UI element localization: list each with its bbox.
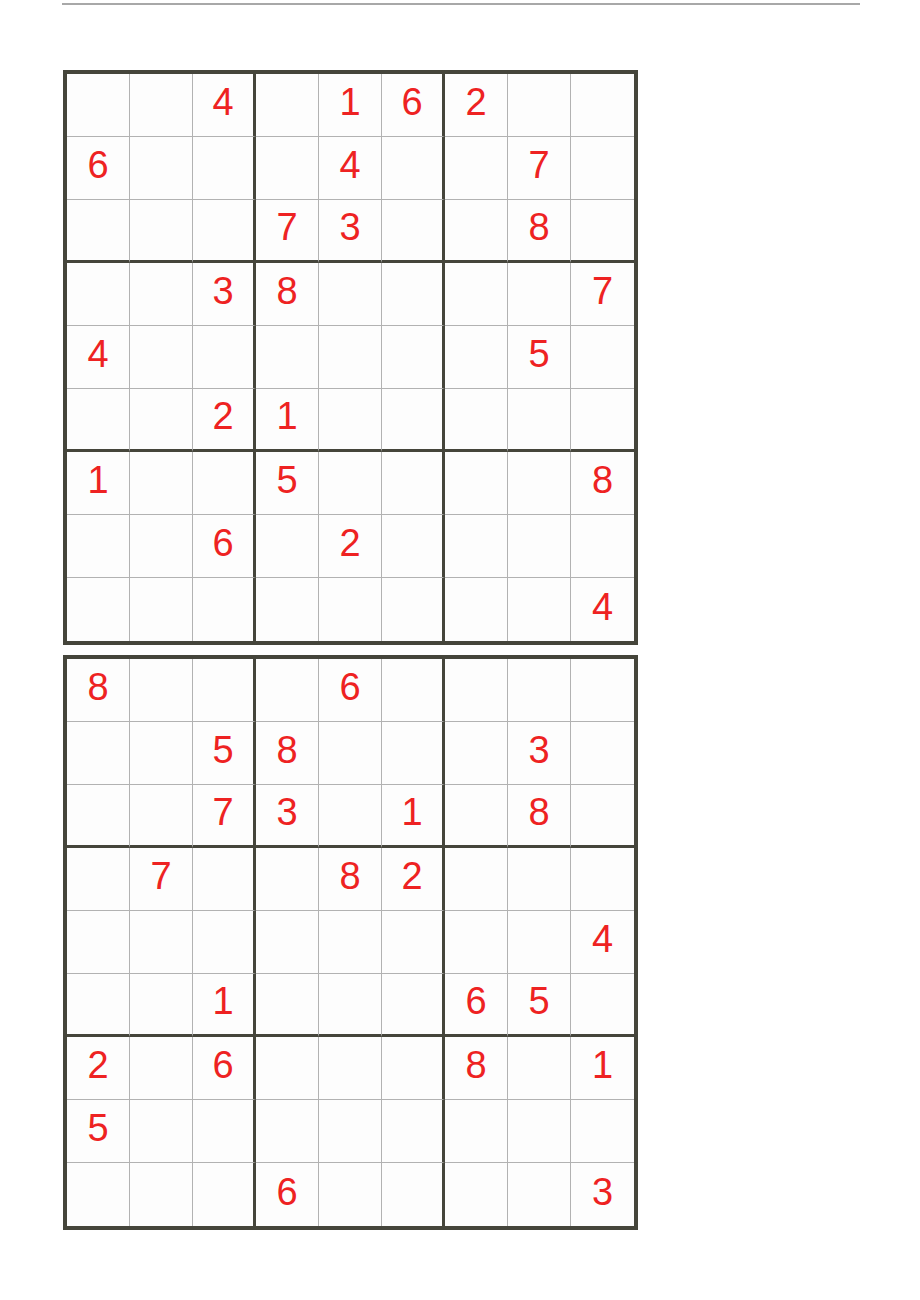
- puzzle-2-cell-r7c8[interactable]: [508, 1037, 571, 1100]
- puzzle-1-cell-r8c8[interactable]: [508, 515, 571, 578]
- puzzle-2-cell-r6c7[interactable]: 6: [445, 974, 508, 1037]
- puzzle-2-cell-r2c1[interactable]: [67, 722, 130, 785]
- puzzle-2-cell-r9c9[interactable]: 3: [571, 1163, 634, 1226]
- puzzle-1-cell-r8c3[interactable]: 6: [193, 515, 256, 578]
- puzzle-1-cell-r9c5[interactable]: [319, 578, 382, 641]
- puzzle-2-cell-r3c1[interactable]: [67, 785, 130, 848]
- puzzle-1-cell-r2c4[interactable]: [256, 137, 319, 200]
- puzzle-2-cell-r3c5[interactable]: [319, 785, 382, 848]
- puzzle-2-cell-r4c4[interactable]: [256, 848, 319, 911]
- puzzle-2-cell-r5c6[interactable]: [382, 911, 445, 974]
- puzzle-1-cell-r1c1[interactable]: [67, 74, 130, 137]
- sudoku-board-1: 41626477383874521158624: [63, 70, 638, 645]
- puzzle-2-cell-r5c8[interactable]: [508, 911, 571, 974]
- puzzle-1-cell-r1c5[interactable]: 1: [319, 74, 382, 137]
- puzzle-1-cell-r8c7[interactable]: [445, 515, 508, 578]
- puzzle-1-cell-r6c6[interactable]: [382, 389, 445, 452]
- puzzle-1-cell-r2c1[interactable]: 6: [67, 137, 130, 200]
- puzzle-2-cell-r4c1[interactable]: [67, 848, 130, 911]
- puzzle-2-cell-r6c1[interactable]: [67, 974, 130, 1037]
- puzzle-2-cell-r9c6[interactable]: [382, 1163, 445, 1226]
- puzzle-1-cell-r1c3[interactable]: 4: [193, 74, 256, 137]
- puzzle-2-cell-r5c3[interactable]: [193, 911, 256, 974]
- puzzle-2-cell-r4c3[interactable]: [193, 848, 256, 911]
- puzzle-2-cell-r1c9[interactable]: [571, 659, 634, 722]
- puzzle-1-cell-r7c3[interactable]: [193, 452, 256, 515]
- puzzle-2-cell-r4c7[interactable]: [445, 848, 508, 911]
- puzzle-1-cell-r7c4[interactable]: 5: [256, 452, 319, 515]
- puzzle-2-cell-r4c5[interactable]: 8: [319, 848, 382, 911]
- puzzle-1-cell-r3c2[interactable]: [130, 200, 193, 263]
- puzzle-2-cell-r1c2[interactable]: [130, 659, 193, 722]
- puzzle-1-cell-r5c6[interactable]: [382, 326, 445, 389]
- puzzle-1-cell-r3c7[interactable]: [445, 200, 508, 263]
- puzzle-1-cell-r8c4[interactable]: [256, 515, 319, 578]
- puzzle-2-cell-r6c9[interactable]: [571, 974, 634, 1037]
- puzzle-2-cell-r3c9[interactable]: [571, 785, 634, 848]
- puzzle-1-cell-r5c7[interactable]: [445, 326, 508, 389]
- puzzle-1-cell-r7c6[interactable]: [382, 452, 445, 515]
- puzzle-1-cell-r3c5[interactable]: 3: [319, 200, 382, 263]
- puzzle-2-cell-r9c1[interactable]: [67, 1163, 130, 1226]
- puzzle-2-cell-r8c4[interactable]: [256, 1100, 319, 1163]
- puzzle-2-cell-r6c8[interactable]: 5: [508, 974, 571, 1037]
- puzzle-1-cell-r7c7[interactable]: [445, 452, 508, 515]
- puzzle-2-cell-r5c9[interactable]: 4: [571, 911, 634, 974]
- puzzle-2-cell-r5c1[interactable]: [67, 911, 130, 974]
- puzzle-2-cell-r4c2[interactable]: 7: [130, 848, 193, 911]
- puzzle-2-cell-r1c4[interactable]: [256, 659, 319, 722]
- puzzle-2-cell-r9c3[interactable]: [193, 1163, 256, 1226]
- puzzle-2-cell-r5c4[interactable]: [256, 911, 319, 974]
- puzzle-2-cell-r3c6[interactable]: 1: [382, 785, 445, 848]
- puzzle-2-cell-r8c7[interactable]: [445, 1100, 508, 1163]
- puzzle-2-cell-r3c2[interactable]: [130, 785, 193, 848]
- puzzle-1-cell-r4c6[interactable]: [382, 263, 445, 326]
- puzzle-2-cell-r8c3[interactable]: [193, 1100, 256, 1163]
- puzzle-2-cell-r1c1[interactable]: 8: [67, 659, 130, 722]
- puzzle-1-cell-r7c9[interactable]: 8: [571, 452, 634, 515]
- puzzle-2-cell-r6c3[interactable]: 1: [193, 974, 256, 1037]
- puzzle-2-cell-r8c9[interactable]: [571, 1100, 634, 1163]
- puzzle-1-cell-r3c6[interactable]: [382, 200, 445, 263]
- puzzle-1-cell-r1c9[interactable]: [571, 74, 634, 137]
- puzzle-1-cell-r9c9[interactable]: 4: [571, 578, 634, 641]
- puzzle-1-cell-r6c9[interactable]: [571, 389, 634, 452]
- puzzle-1-cell-r9c3[interactable]: [193, 578, 256, 641]
- puzzle-1-cell-r7c5[interactable]: [319, 452, 382, 515]
- puzzle-2-cell-r1c5[interactable]: 6: [319, 659, 382, 722]
- puzzle-2-cell-r2c5[interactable]: [319, 722, 382, 785]
- puzzle-1-cell-r2c3[interactable]: [193, 137, 256, 200]
- puzzle-1-cell-r9c2[interactable]: [130, 578, 193, 641]
- puzzle-2-cell-r5c5[interactable]: [319, 911, 382, 974]
- puzzle-1-cell-r5c5[interactable]: [319, 326, 382, 389]
- puzzle-1-cell-r9c6[interactable]: [382, 578, 445, 641]
- puzzle-1-cell-r3c9[interactable]: [571, 200, 634, 263]
- puzzle-1-cell-r5c9[interactable]: [571, 326, 634, 389]
- puzzle-1-cell-r5c1[interactable]: 4: [67, 326, 130, 389]
- puzzle-2-cell-r7c4[interactable]: [256, 1037, 319, 1100]
- puzzle-1-cell-r4c3[interactable]: 3: [193, 263, 256, 326]
- puzzle-1-cell-r5c4[interactable]: [256, 326, 319, 389]
- puzzle-2-cell-r7c2[interactable]: [130, 1037, 193, 1100]
- puzzle-1-cell-r4c5[interactable]: [319, 263, 382, 326]
- puzzle-2-cell-r8c1[interactable]: 5: [67, 1100, 130, 1163]
- puzzle-1-cell-r7c1[interactable]: 1: [67, 452, 130, 515]
- puzzle-1-cell-r8c5[interactable]: 2: [319, 515, 382, 578]
- puzzle-2-cell-r2c7[interactable]: [445, 722, 508, 785]
- puzzle-1-cell-r1c8[interactable]: [508, 74, 571, 137]
- puzzle-1-cell-r8c1[interactable]: [67, 515, 130, 578]
- puzzle-2-cell-r8c8[interactable]: [508, 1100, 571, 1163]
- puzzle-2-cell-r3c7[interactable]: [445, 785, 508, 848]
- puzzle-2-cell-r4c9[interactable]: [571, 848, 634, 911]
- puzzle-1-cell-r5c8[interactable]: 5: [508, 326, 571, 389]
- puzzle-1-cell-r5c2[interactable]: [130, 326, 193, 389]
- puzzle-2-cell-r2c6[interactable]: [382, 722, 445, 785]
- puzzle-2-cell-r9c4[interactable]: 6: [256, 1163, 319, 1226]
- puzzle-1-cell-r3c1[interactable]: [67, 200, 130, 263]
- puzzle-2-cell-r9c7[interactable]: [445, 1163, 508, 1226]
- puzzle-2-cell-r2c9[interactable]: [571, 722, 634, 785]
- puzzle-2-cell-r9c5[interactable]: [319, 1163, 382, 1226]
- puzzle-2-cell-r5c2[interactable]: [130, 911, 193, 974]
- puzzle-2-cell-r6c6[interactable]: [382, 974, 445, 1037]
- puzzle-1-cell-r1c6[interactable]: 6: [382, 74, 445, 137]
- puzzle-1-cell-r4c7[interactable]: [445, 263, 508, 326]
- puzzle-1-cell-r8c9[interactable]: [571, 515, 634, 578]
- puzzle-2-cell-r3c4[interactable]: 3: [256, 785, 319, 848]
- puzzle-1-cell-r4c8[interactable]: [508, 263, 571, 326]
- puzzle-2-cell-r7c1[interactable]: 2: [67, 1037, 130, 1100]
- puzzle-2-cell-r1c3[interactable]: [193, 659, 256, 722]
- puzzle-1-cell-r7c8[interactable]: [508, 452, 571, 515]
- puzzle-2-cell-r4c6[interactable]: 2: [382, 848, 445, 911]
- puzzle-2-cell-r1c6[interactable]: [382, 659, 445, 722]
- puzzle-2-cell-r2c2[interactable]: [130, 722, 193, 785]
- puzzle-1-cell-r6c4[interactable]: 1: [256, 389, 319, 452]
- puzzle-2-cell-r2c8[interactable]: 3: [508, 722, 571, 785]
- puzzle-2-cell-r6c2[interactable]: [130, 974, 193, 1037]
- puzzle-2-cell-r7c5[interactable]: [319, 1037, 382, 1100]
- puzzle-2-cell-r7c3[interactable]: 6: [193, 1037, 256, 1100]
- puzzle-2-cell-r3c8[interactable]: 8: [508, 785, 571, 848]
- puzzle-2-cell-r4c8[interactable]: [508, 848, 571, 911]
- puzzle-1-cell-r8c2[interactable]: [130, 515, 193, 578]
- puzzle-2-cell-r5c7[interactable]: [445, 911, 508, 974]
- puzzle-1-cell-r3c8[interactable]: 8: [508, 200, 571, 263]
- sudoku-board-2: 86583731878241652681563: [63, 655, 638, 1230]
- puzzle-1-cell-r9c8[interactable]: [508, 578, 571, 641]
- puzzle-2-cell-r2c4[interactable]: 8: [256, 722, 319, 785]
- puzzle-2-cell-r7c9[interactable]: 1: [571, 1037, 634, 1100]
- puzzle-1-cell-r6c3[interactable]: 2: [193, 389, 256, 452]
- puzzle-1-cell-r6c2[interactable]: [130, 389, 193, 452]
- puzzle-1-cell-r1c4[interactable]: [256, 74, 319, 137]
- puzzle-2-cell-r6c4[interactable]: [256, 974, 319, 1037]
- puzzle-2-cell-r8c5[interactable]: [319, 1100, 382, 1163]
- puzzle-1-cell-r1c2[interactable]: [130, 74, 193, 137]
- puzzle-2-cell-r3c3[interactable]: 7: [193, 785, 256, 848]
- puzzle-1-cell-r4c9[interactable]: 7: [571, 263, 634, 326]
- puzzle-1-cell-r9c1[interactable]: [67, 578, 130, 641]
- puzzle-2-cell-r7c7[interactable]: 8: [445, 1037, 508, 1100]
- puzzle-1-cell-r9c7[interactable]: [445, 578, 508, 641]
- puzzle-1-cell-r6c5[interactable]: [319, 389, 382, 452]
- puzzle-2-cell-r9c2[interactable]: [130, 1163, 193, 1226]
- puzzle-2-cell-r9c8[interactable]: [508, 1163, 571, 1226]
- puzzle-2-cell-r8c2[interactable]: [130, 1100, 193, 1163]
- puzzle-1-cell-r3c3[interactable]: [193, 200, 256, 263]
- horizontal-rule: [62, 3, 860, 5]
- puzzle-2-cell-r1c7[interactable]: [445, 659, 508, 722]
- puzzle-1-cell-r4c4[interactable]: 8: [256, 263, 319, 326]
- puzzle-1-cell-r3c4[interactable]: 7: [256, 200, 319, 263]
- puzzle-1-cell-r2c8[interactable]: 7: [508, 137, 571, 200]
- puzzle-1-cell-r6c8[interactable]: [508, 389, 571, 452]
- puzzle-1-cell-r5c3[interactable]: [193, 326, 256, 389]
- puzzle-1-cell-r8c6[interactable]: [382, 515, 445, 578]
- puzzle-2-cell-r8c6[interactable]: [382, 1100, 445, 1163]
- puzzle-1-cell-r6c7[interactable]: [445, 389, 508, 452]
- puzzle-2-cell-r7c6[interactable]: [382, 1037, 445, 1100]
- puzzle-1-cell-r4c1[interactable]: [67, 263, 130, 326]
- puzzle-2-cell-r2c3[interactable]: 5: [193, 722, 256, 785]
- puzzle-2-cell-r1c8[interactable]: [508, 659, 571, 722]
- puzzle-1-cell-r4c2[interactable]: [130, 263, 193, 326]
- puzzle-1-cell-r1c7[interactable]: 2: [445, 74, 508, 137]
- puzzle-1-cell-r2c2[interactable]: [130, 137, 193, 200]
- puzzle-1-cell-r2c6[interactable]: [382, 137, 445, 200]
- puzzle-1-cell-r6c1[interactable]: [67, 389, 130, 452]
- puzzle-1-cell-r2c7[interactable]: [445, 137, 508, 200]
- puzzle-1-cell-r7c2[interactable]: [130, 452, 193, 515]
- puzzle-1-cell-r2c5[interactable]: 4: [319, 137, 382, 200]
- puzzle-1-cell-r2c9[interactable]: [571, 137, 634, 200]
- puzzle-2-cell-r6c5[interactable]: [319, 974, 382, 1037]
- puzzle-1-cell-r9c4[interactable]: [256, 578, 319, 641]
